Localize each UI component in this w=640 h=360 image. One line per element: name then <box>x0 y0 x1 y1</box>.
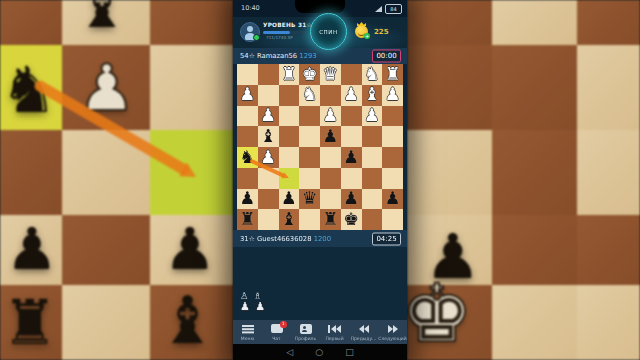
chess-board: ♜♚♛♞♜♟♞♟♝♟♟♟♟♝♟♞♟♟♟♟♛♟♟♜♝♜♚ <box>237 64 403 230</box>
square-e7[interactable]: ♛ <box>299 189 320 210</box>
square-a4[interactable] <box>382 126 403 147</box>
square-d6[interactable] <box>320 168 341 189</box>
profile-icon <box>300 324 312 334</box>
square-g6[interactable] <box>258 168 279 189</box>
square-c7[interactable]: ♟ <box>341 189 362 210</box>
square-e5[interactable] <box>299 147 320 168</box>
menu-label: Меню <box>241 336 254 341</box>
captured-pieces-tray: ♙ ♗ ♟ ♟ <box>240 291 266 312</box>
square-a2[interactable]: ♟ <box>382 85 403 106</box>
next-move-button[interactable]: Следующий <box>378 320 407 344</box>
square-g1[interactable] <box>258 64 279 85</box>
square-d2[interactable] <box>320 85 341 106</box>
player-clock: 04:25 <box>372 232 401 245</box>
piece-wP-h2[interactable]: ♟ <box>240 86 256 104</box>
square-f5[interactable] <box>279 147 300 168</box>
spin-button[interactable]: СПИН <box>310 13 347 50</box>
square-b6[interactable] <box>362 168 383 189</box>
piece-wK-e1[interactable]: ♚ <box>302 66 318 84</box>
phone-screen: 10:40 84 УРОВЕНЬ 31☆ 711/1740 XP СПИН + … <box>233 0 407 360</box>
square-f6[interactable] <box>279 168 300 189</box>
piece-wP-g5[interactable]: ♟ <box>260 149 276 167</box>
xp-text: 711/1740 XP <box>266 35 293 40</box>
square-b5[interactable] <box>362 147 383 168</box>
square-h5[interactable]: ♞ <box>237 147 258 168</box>
square-c4[interactable] <box>341 126 362 147</box>
background-left: ♝ ♞ ♟ ♟ ♟ ♜ ♝ <box>0 0 233 360</box>
square-e4[interactable] <box>299 126 320 147</box>
previous-move-button[interactable]: Предыду... <box>349 320 378 344</box>
piece-bQ-e7[interactable]: ♛ <box>302 190 318 208</box>
coins-count: 225 <box>374 28 389 36</box>
player-username: Guest46636028 <box>257 235 312 243</box>
square-a6[interactable] <box>382 168 403 189</box>
square-g8[interactable] <box>258 209 279 230</box>
square-d7[interactable] <box>320 189 341 210</box>
square-c2[interactable]: ♟ <box>341 85 362 106</box>
previous-label: Предыду... <box>351 336 377 341</box>
piece-bB-g4[interactable]: ♝ <box>260 128 276 146</box>
background-right: ♟ ♚ <box>407 0 640 360</box>
captured-pawns: ♟ ♟ <box>240 301 266 312</box>
square-b1[interactable]: ♞ <box>362 64 383 85</box>
menu-icon <box>242 325 254 327</box>
player-title: 31☆ <box>240 235 255 243</box>
home-icon[interactable]: ○ <box>315 348 323 357</box>
square-b4[interactable] <box>362 126 383 147</box>
battery-icon: 84 <box>385 4 402 14</box>
piece-bP-a7[interactable]: ♟ <box>385 190 401 208</box>
square-f3[interactable] <box>279 106 300 127</box>
piece-wN-b1[interactable]: ♞ <box>364 66 380 84</box>
chat-icon: 1 <box>271 324 283 333</box>
square-c5[interactable]: ♟ <box>341 147 362 168</box>
chat-badge: 1 <box>280 321 287 328</box>
plus-icon: + <box>364 33 370 39</box>
square-a8[interactable] <box>382 209 403 230</box>
square-d8[interactable]: ♜ <box>320 209 341 230</box>
opponent-username: Ramazan56 <box>257 52 297 60</box>
square-h4[interactable] <box>237 126 258 147</box>
opponent-name: 54☆ Ramazan56 1293 <box>240 52 317 60</box>
piece-bK-c8[interactable]: ♚ <box>343 211 359 229</box>
spin-label: СПИН <box>319 29 338 35</box>
piece-bN-h5[interactable]: ♞ <box>240 149 256 167</box>
chat-label: Чат <box>272 336 280 341</box>
square-b2[interactable]: ♝ <box>362 85 383 106</box>
rewind-icon <box>359 324 369 334</box>
square-d4[interactable]: ♟ <box>320 126 341 147</box>
square-h6[interactable] <box>237 168 258 189</box>
piece-bR-h8[interactable]: ♜ <box>240 211 256 229</box>
piece-wR-a1[interactable]: ♜ <box>385 66 401 84</box>
square-h2[interactable]: ♟ <box>237 85 258 106</box>
profile-label: Профиль <box>295 336 316 341</box>
square-g3[interactable]: ♟ <box>258 106 279 127</box>
square-d1[interactable]: ♛ <box>320 64 341 85</box>
android-nav-bar: ◁ ○ □ <box>233 344 407 360</box>
skip-start-icon <box>328 324 341 334</box>
opponent-rating: 1293 <box>299 52 316 60</box>
square-e2[interactable]: ♞ <box>299 85 320 106</box>
piece-wP-a2[interactable]: ♟ <box>385 86 401 104</box>
player-bar: 31☆ Guest46636028 1200 04:25 <box>233 230 407 247</box>
piece-wR-f1[interactable]: ♜ <box>281 66 297 84</box>
square-e8[interactable] <box>299 209 320 230</box>
back-icon[interactable]: ◁ <box>286 348 293 357</box>
signal-icon <box>375 6 382 12</box>
player-name: 31☆ Guest46636028 1200 <box>240 235 331 243</box>
square-g2[interactable] <box>258 85 279 106</box>
menu-button[interactable]: Меню <box>233 320 262 344</box>
player-rating: 1200 <box>314 235 331 243</box>
bottom-toolbar: Меню 1 Чат Профиль Первый Предыду... Сле… <box>233 320 407 344</box>
square-c3[interactable] <box>341 106 362 127</box>
square-e6[interactable] <box>299 168 320 189</box>
recents-icon[interactable]: □ <box>345 348 354 357</box>
forward-icon <box>388 324 398 334</box>
piece-bP-f7[interactable]: ♟ <box>281 190 297 208</box>
square-h3[interactable] <box>237 106 258 127</box>
piece-bB-f8[interactable]: ♝ <box>281 211 297 229</box>
xp-progress-bar <box>263 31 307 34</box>
square-d5[interactable] <box>320 147 341 168</box>
piece-wQ-d1[interactable]: ♛ <box>323 66 339 84</box>
square-a1[interactable]: ♜ <box>382 64 403 85</box>
profile-button[interactable]: Профиль <box>291 320 320 344</box>
square-g4[interactable]: ♝ <box>258 126 279 147</box>
square-c1[interactable] <box>341 64 362 85</box>
piece-wP-d3[interactable]: ♟ <box>323 107 339 125</box>
square-f8[interactable]: ♝ <box>279 209 300 230</box>
square-e1[interactable]: ♚ <box>299 64 320 85</box>
piece-bP-d4[interactable]: ♟ <box>323 128 339 146</box>
lower-panel: ♙ ♗ ♟ ♟ <box>233 247 407 320</box>
opponent-bar: 54☆ Ramazan56 1293 00:00 <box>233 48 407 64</box>
square-c6[interactable] <box>341 168 362 189</box>
first-label: Первый <box>325 336 343 341</box>
square-h8[interactable]: ♜ <box>237 209 258 230</box>
app-header: УРОВЕНЬ 31☆ 711/1740 XP СПИН + 225 <box>233 17 407 48</box>
online-status-dot <box>253 34 260 41</box>
piece-wP-b3[interactable]: ♟ <box>364 107 380 125</box>
square-b7[interactable] <box>362 189 383 210</box>
opponent-title: 54☆ <box>240 52 255 60</box>
piece-bP-c7[interactable]: ♟ <box>343 190 359 208</box>
square-c8[interactable]: ♚ <box>341 209 362 230</box>
square-d3[interactable]: ♟ <box>320 106 341 127</box>
square-b3[interactable]: ♟ <box>362 106 383 127</box>
piece-bR-d8[interactable]: ♜ <box>323 211 339 229</box>
screenshot-root: ♝ ♞ ♟ ♟ ♟ ♜ ♝ <box>0 0 640 360</box>
piece-bP-h7[interactable]: ♟ <box>240 190 256 208</box>
square-f1[interactable]: ♜ <box>279 64 300 85</box>
square-a7[interactable]: ♟ <box>382 189 403 210</box>
square-h7[interactable]: ♟ <box>237 189 258 210</box>
square-f4[interactable] <box>279 126 300 147</box>
level-label: УРОВЕНЬ 31☆ <box>263 22 312 28</box>
opponent-clock: 00:00 <box>372 50 401 63</box>
square-e3[interactable] <box>299 106 320 127</box>
camera-notch <box>295 0 345 13</box>
clock-time: 10:40 <box>241 4 260 12</box>
square-f7[interactable]: ♟ <box>279 189 300 210</box>
square-a3[interactable] <box>382 106 403 127</box>
square-f2[interactable] <box>279 85 300 106</box>
chat-button[interactable]: 1 Чат <box>262 320 291 344</box>
piece-wB-b2[interactable]: ♝ <box>364 86 380 104</box>
piece-wP-g3[interactable]: ♟ <box>260 107 276 125</box>
piece-wN-e2[interactable]: ♞ <box>302 86 318 104</box>
square-h1[interactable] <box>237 64 258 85</box>
square-a5[interactable] <box>382 147 403 168</box>
piece-wP-c2[interactable]: ♟ <box>343 86 359 104</box>
square-g7[interactable] <box>258 189 279 210</box>
first-move-button[interactable]: Первый <box>320 320 349 344</box>
square-b8[interactable] <box>362 209 383 230</box>
piece-bP-c5[interactable]: ♟ <box>343 149 359 167</box>
next-label: Следующий <box>378 336 406 341</box>
square-g5[interactable]: ♟ <box>258 147 279 168</box>
